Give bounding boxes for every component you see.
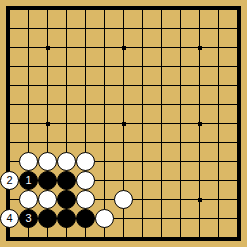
intersection-1-9[interactable]: 1 — [19, 171, 38, 190]
hoshi-dot — [46, 46, 50, 50]
intersection-6-9[interactable] — [114, 171, 133, 190]
hoshi-dot — [122, 46, 126, 50]
intersection-10-7[interactable] — [190, 133, 209, 152]
white-stone — [57, 152, 76, 171]
intersection-1-12[interactable] — [19, 228, 38, 247]
intersection-8-9[interactable] — [152, 171, 171, 190]
intersection-4-4[interactable] — [76, 76, 95, 95]
intersection-0-9[interactable]: 2 — [0, 171, 19, 190]
intersection-6-5[interactable] — [114, 95, 133, 114]
intersection-5-8[interactable] — [95, 152, 114, 171]
go-board: 2143 — [0, 0, 247, 247]
intersection-10-3[interactable] — [190, 57, 209, 76]
intersection-2-9[interactable] — [38, 171, 57, 190]
intersection-7-5[interactable] — [133, 95, 152, 114]
intersection-5-3[interactable] — [95, 57, 114, 76]
intersection-8-11[interactable] — [152, 209, 171, 228]
intersection-1-7[interactable] — [19, 133, 38, 152]
intersection-10-5[interactable] — [190, 95, 209, 114]
intersection-7-2[interactable] — [133, 38, 152, 57]
intersection-0-3[interactable] — [0, 57, 19, 76]
intersection-10-1[interactable] — [190, 19, 209, 38]
intersection-0-12[interactable] — [0, 228, 19, 247]
black-stone-move-1: 1 — [19, 171, 38, 190]
intersection-7-8[interactable] — [133, 152, 152, 171]
intersection-3-0[interactable] — [57, 0, 76, 19]
black-stone — [38, 209, 57, 228]
intersection-0-10[interactable] — [0, 190, 19, 209]
intersection-1-1[interactable] — [19, 19, 38, 38]
black-stone — [57, 171, 76, 190]
intersection-6-0[interactable] — [114, 0, 133, 19]
intersection-3-5[interactable] — [57, 95, 76, 114]
intersection-3-3[interactable] — [57, 57, 76, 76]
intersection-12-10[interactable] — [228, 190, 247, 209]
intersection-9-12[interactable] — [171, 228, 190, 247]
intersection-0-0[interactable] — [0, 0, 19, 19]
hoshi-dot — [198, 198, 202, 202]
intersection-8-4[interactable] — [152, 76, 171, 95]
intersection-12-6[interactable] — [228, 114, 247, 133]
goban-grid[interactable]: 2143 — [0, 0, 247, 247]
intersection-2-12[interactable] — [38, 228, 57, 247]
intersection-8-10[interactable] — [152, 190, 171, 209]
intersection-12-3[interactable] — [228, 57, 247, 76]
intersection-6-10[interactable] — [114, 190, 133, 209]
hoshi-dot — [198, 122, 202, 126]
intersection-8-3[interactable] — [152, 57, 171, 76]
intersection-7-12[interactable] — [133, 228, 152, 247]
intersection-3-11[interactable] — [57, 209, 76, 228]
intersection-6-8[interactable] — [114, 152, 133, 171]
intersection-11-5[interactable] — [209, 95, 228, 114]
intersection-11-4[interactable] — [209, 76, 228, 95]
intersection-6-6[interactable] — [114, 114, 133, 133]
intersection-5-10[interactable] — [95, 190, 114, 209]
black-stone-move-3: 3 — [19, 209, 38, 228]
intersection-9-8[interactable] — [171, 152, 190, 171]
intersection-9-2[interactable] — [171, 38, 190, 57]
white-stone — [76, 171, 95, 190]
white-stone — [38, 152, 57, 171]
black-stone — [57, 209, 76, 228]
intersection-0-5[interactable] — [0, 95, 19, 114]
intersection-12-4[interactable] — [228, 76, 247, 95]
intersection-0-2[interactable] — [0, 38, 19, 57]
intersection-6-1[interactable] — [114, 19, 133, 38]
intersection-11-2[interactable] — [209, 38, 228, 57]
intersection-3-10[interactable] — [57, 190, 76, 209]
white-stone-move-2: 2 — [0, 171, 19, 190]
intersection-5-5[interactable] — [95, 95, 114, 114]
intersection-4-5[interactable] — [76, 95, 95, 114]
intersection-12-0[interactable] — [228, 0, 247, 19]
intersection-1-5[interactable] — [19, 95, 38, 114]
intersection-9-1[interactable] — [171, 19, 190, 38]
intersection-12-2[interactable] — [228, 38, 247, 57]
intersection-10-4[interactable] — [190, 76, 209, 95]
intersection-10-9[interactable] — [190, 171, 209, 190]
intersection-8-2[interactable] — [152, 38, 171, 57]
intersection-11-10[interactable] — [209, 190, 228, 209]
intersection-9-0[interactable] — [171, 0, 190, 19]
hoshi-dot — [46, 122, 50, 126]
intersection-6-2[interactable] — [114, 38, 133, 57]
intersection-1-4[interactable] — [19, 76, 38, 95]
intersection-0-8[interactable] — [0, 152, 19, 171]
intersection-1-0[interactable] — [19, 0, 38, 19]
intersection-7-0[interactable] — [133, 0, 152, 19]
intersection-2-3[interactable] — [38, 57, 57, 76]
intersection-6-12[interactable] — [114, 228, 133, 247]
intersection-2-7[interactable] — [38, 133, 57, 152]
intersection-0-4[interactable] — [0, 76, 19, 95]
intersection-12-1[interactable] — [228, 19, 247, 38]
intersection-0-7[interactable] — [0, 133, 19, 152]
intersection-9-11[interactable] — [171, 209, 190, 228]
intersection-12-12[interactable] — [228, 228, 247, 247]
intersection-10-2[interactable] — [190, 38, 209, 57]
black-stone — [57, 190, 76, 209]
intersection-2-0[interactable] — [38, 0, 57, 19]
intersection-5-7[interactable] — [95, 133, 114, 152]
black-stone — [38, 171, 57, 190]
intersection-12-5[interactable] — [228, 95, 247, 114]
intersection-7-1[interactable] — [133, 19, 152, 38]
intersection-3-2[interactable] — [57, 38, 76, 57]
intersection-9-5[interactable] — [171, 95, 190, 114]
intersection-6-3[interactable] — [114, 57, 133, 76]
intersection-4-1[interactable] — [76, 19, 95, 38]
intersection-10-12[interactable] — [190, 228, 209, 247]
intersection-4-0[interactable] — [76, 0, 95, 19]
intersection-4-2[interactable] — [76, 38, 95, 57]
intersection-5-12[interactable] — [95, 228, 114, 247]
intersection-1-2[interactable] — [19, 38, 38, 57]
white-stone — [95, 209, 114, 228]
intersection-1-6[interactable] — [19, 114, 38, 133]
intersection-2-8[interactable] — [38, 152, 57, 171]
intersection-3-7[interactable] — [57, 133, 76, 152]
intersection-2-10[interactable] — [38, 190, 57, 209]
intersection-0-1[interactable] — [0, 19, 19, 38]
hoshi-dot — [198, 46, 202, 50]
intersection-8-5[interactable] — [152, 95, 171, 114]
intersection-8-0[interactable] — [152, 0, 171, 19]
intersection-12-7[interactable] — [228, 133, 247, 152]
intersection-0-6[interactable] — [0, 114, 19, 133]
intersection-7-7[interactable] — [133, 133, 152, 152]
intersection-8-8[interactable] — [152, 152, 171, 171]
intersection-8-1[interactable] — [152, 19, 171, 38]
intersection-4-10[interactable] — [76, 190, 95, 209]
white-stone — [114, 190, 133, 209]
intersection-8-12[interactable] — [152, 228, 171, 247]
intersection-12-9[interactable] — [228, 171, 247, 190]
intersection-9-7[interactable] — [171, 133, 190, 152]
hoshi-dot — [122, 122, 126, 126]
intersection-5-6[interactable] — [95, 114, 114, 133]
intersection-4-6[interactable] — [76, 114, 95, 133]
white-stone — [76, 190, 95, 209]
white-stone-move-4: 4 — [0, 209, 19, 228]
intersection-7-3[interactable] — [133, 57, 152, 76]
intersection-1-11[interactable]: 3 — [19, 209, 38, 228]
intersection-9-6[interactable] — [171, 114, 190, 133]
intersection-8-6[interactable] — [152, 114, 171, 133]
intersection-7-9[interactable] — [133, 171, 152, 190]
intersection-9-4[interactable] — [171, 76, 190, 95]
intersection-3-9[interactable] — [57, 171, 76, 190]
intersection-11-7[interactable] — [209, 133, 228, 152]
intersection-2-11[interactable] — [38, 209, 57, 228]
intersection-4-8[interactable] — [76, 152, 95, 171]
intersection-10-10[interactable] — [190, 190, 209, 209]
white-stone — [76, 152, 95, 171]
intersection-7-4[interactable] — [133, 76, 152, 95]
intersection-5-11[interactable] — [95, 209, 114, 228]
intersection-7-11[interactable] — [133, 209, 152, 228]
intersection-4-9[interactable] — [76, 171, 95, 190]
intersection-5-4[interactable] — [95, 76, 114, 95]
intersection-3-1[interactable] — [57, 19, 76, 38]
intersection-11-6[interactable] — [209, 114, 228, 133]
intersection-3-6[interactable] — [57, 114, 76, 133]
intersection-5-1[interactable] — [95, 19, 114, 38]
intersection-4-7[interactable] — [76, 133, 95, 152]
intersection-10-6[interactable] — [190, 114, 209, 133]
intersection-6-7[interactable] — [114, 133, 133, 152]
intersection-11-8[interactable] — [209, 152, 228, 171]
intersection-0-11[interactable]: 4 — [0, 209, 19, 228]
intersection-2-1[interactable] — [38, 19, 57, 38]
intersection-3-8[interactable] — [57, 152, 76, 171]
intersection-4-3[interactable] — [76, 57, 95, 76]
intersection-1-3[interactable] — [19, 57, 38, 76]
intersection-2-6[interactable] — [38, 114, 57, 133]
intersection-3-4[interactable] — [57, 76, 76, 95]
intersection-11-12[interactable] — [209, 228, 228, 247]
intersection-7-10[interactable] — [133, 190, 152, 209]
intersection-2-4[interactable] — [38, 76, 57, 95]
intersection-11-0[interactable] — [209, 0, 228, 19]
intersection-10-11[interactable] — [190, 209, 209, 228]
intersection-7-6[interactable] — [133, 114, 152, 133]
intersection-6-4[interactable] — [114, 76, 133, 95]
intersection-1-10[interactable] — [19, 190, 38, 209]
intersection-11-1[interactable] — [209, 19, 228, 38]
intersection-9-9[interactable] — [171, 171, 190, 190]
intersection-4-11[interactable] — [76, 209, 95, 228]
intersection-6-11[interactable] — [114, 209, 133, 228]
intersection-5-0[interactable] — [95, 0, 114, 19]
intersection-5-2[interactable] — [95, 38, 114, 57]
intersection-11-11[interactable] — [209, 209, 228, 228]
white-stone — [38, 190, 57, 209]
intersection-1-8[interactable] — [19, 152, 38, 171]
intersection-10-0[interactable] — [190, 0, 209, 19]
intersection-5-9[interactable] — [95, 171, 114, 190]
intersection-9-3[interactable] — [171, 57, 190, 76]
white-stone — [19, 190, 38, 209]
intersection-8-7[interactable] — [152, 133, 171, 152]
intersection-11-9[interactable] — [209, 171, 228, 190]
intersection-3-12[interactable] — [57, 228, 76, 247]
intersection-12-8[interactable] — [228, 152, 247, 171]
intersection-9-10[interactable] — [171, 190, 190, 209]
intersection-2-5[interactable] — [38, 95, 57, 114]
intersection-12-11[interactable] — [228, 209, 247, 228]
black-stone — [76, 209, 95, 228]
intersection-4-12[interactable] — [76, 228, 95, 247]
intersection-2-2[interactable] — [38, 38, 57, 57]
white-stone — [19, 152, 38, 171]
intersection-11-3[interactable] — [209, 57, 228, 76]
intersection-10-8[interactable] — [190, 152, 209, 171]
